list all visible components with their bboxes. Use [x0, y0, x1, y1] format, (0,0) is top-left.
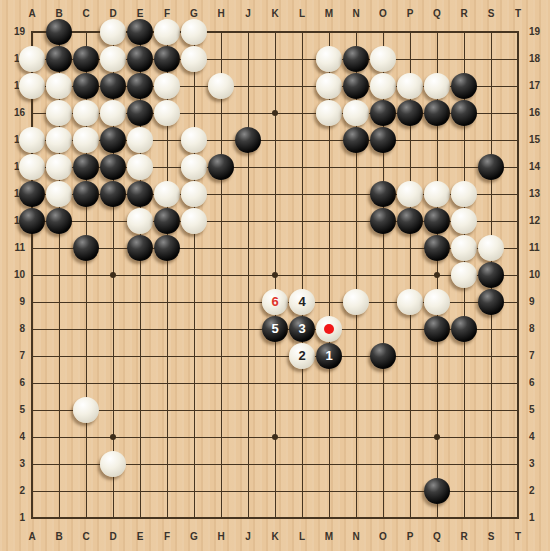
stone-d15[interactable] — [100, 127, 126, 153]
column-label-top: P — [400, 8, 420, 19]
move-number-5: 5 — [262, 316, 288, 342]
stone-p9[interactable] — [397, 289, 423, 315]
column-label-bottom: M — [319, 531, 339, 542]
row-label-right: 8 — [529, 323, 550, 334]
stone-o15[interactable] — [370, 127, 396, 153]
grid-horizontal-line — [31, 356, 519, 357]
row-label-left: 4 — [1, 431, 25, 442]
stone-e13[interactable] — [127, 181, 153, 207]
stone-k9[interactable]: 6 — [262, 289, 288, 315]
row-label-left: 2 — [1, 485, 25, 496]
stone-p12[interactable] — [397, 208, 423, 234]
column-label-bottom: C — [76, 531, 96, 542]
stone-f12[interactable] — [154, 208, 180, 234]
row-label-right: 6 — [529, 377, 550, 388]
stone-j15[interactable] — [235, 127, 261, 153]
column-label-top: T — [508, 8, 528, 19]
row-label-left: 11 — [1, 242, 25, 253]
column-label-bottom: E — [130, 531, 150, 542]
move-number-3: 3 — [289, 316, 315, 342]
row-label-left: 5 — [1, 404, 25, 415]
stone-c5[interactable] — [73, 397, 99, 423]
stone-r13[interactable] — [451, 181, 477, 207]
row-label-left: 7 — [1, 350, 25, 361]
stone-s10[interactable] — [478, 262, 504, 288]
column-label-top: H — [211, 8, 231, 19]
column-label-bottom: G — [184, 531, 204, 542]
stone-d18[interactable] — [100, 46, 126, 72]
column-label-bottom: S — [481, 531, 501, 542]
column-label-top: K — [265, 8, 285, 19]
stone-m7[interactable]: 1 — [316, 343, 342, 369]
stone-f19[interactable] — [154, 19, 180, 45]
column-label-bottom: A — [22, 531, 42, 542]
row-label-right: 18 — [529, 53, 550, 64]
stone-m17[interactable] — [316, 73, 342, 99]
stone-f13[interactable] — [154, 181, 180, 207]
stone-a17[interactable] — [19, 73, 45, 99]
stone-f11[interactable] — [154, 235, 180, 261]
stone-e19[interactable] — [127, 19, 153, 45]
stone-r11[interactable] — [451, 235, 477, 261]
stone-k8[interactable]: 5 — [262, 316, 288, 342]
stone-l7[interactable]: 2 — [289, 343, 315, 369]
column-label-bottom: B — [49, 531, 69, 542]
stone-n18[interactable] — [343, 46, 369, 72]
column-label-top: N — [346, 8, 366, 19]
stone-l8[interactable]: 3 — [289, 316, 315, 342]
stone-f16[interactable] — [154, 100, 180, 126]
stone-g12[interactable] — [181, 208, 207, 234]
grid-horizontal-line — [31, 383, 519, 384]
stone-o7[interactable] — [370, 343, 396, 369]
stone-e15[interactable] — [127, 127, 153, 153]
stone-o17[interactable] — [370, 73, 396, 99]
stone-r16[interactable] — [451, 100, 477, 126]
column-label-bottom: H — [211, 531, 231, 542]
stone-o13[interactable] — [370, 181, 396, 207]
star-point-k10 — [272, 272, 278, 278]
stone-d16[interactable] — [100, 100, 126, 126]
column-label-top: S — [481, 8, 501, 19]
star-point-d10 — [110, 272, 116, 278]
column-label-top: D — [103, 8, 123, 19]
stone-g15[interactable] — [181, 127, 207, 153]
column-label-bottom: R — [454, 531, 474, 542]
row-label-right: 2 — [529, 485, 550, 496]
row-label-right: 7 — [529, 350, 550, 361]
column-label-top: J — [238, 8, 258, 19]
stone-c18[interactable] — [73, 46, 99, 72]
stone-b13[interactable] — [46, 181, 72, 207]
column-label-bottom: O — [373, 531, 393, 542]
star-point-k16 — [272, 110, 278, 116]
row-label-left: 8 — [1, 323, 25, 334]
grid-horizontal-line — [31, 517, 519, 519]
stone-q12[interactable] — [424, 208, 450, 234]
column-label-top: E — [130, 8, 150, 19]
stone-b17[interactable] — [46, 73, 72, 99]
stone-g13[interactable] — [181, 181, 207, 207]
row-label-right: 17 — [529, 80, 550, 91]
stone-c17[interactable] — [73, 73, 99, 99]
stone-b14[interactable] — [46, 154, 72, 180]
stone-r12[interactable] — [451, 208, 477, 234]
stone-b18[interactable] — [46, 46, 72, 72]
stone-n9[interactable] — [343, 289, 369, 315]
column-label-bottom: L — [292, 531, 312, 542]
stone-q13[interactable] — [424, 181, 450, 207]
stone-a15[interactable] — [19, 127, 45, 153]
stone-a13[interactable] — [19, 181, 45, 207]
stone-q11[interactable] — [424, 235, 450, 261]
stone-a12[interactable] — [19, 208, 45, 234]
stone-s14[interactable] — [478, 154, 504, 180]
stone-g14[interactable] — [181, 154, 207, 180]
column-label-top: R — [454, 8, 474, 19]
column-label-top: G — [184, 8, 204, 19]
row-label-right: 4 — [529, 431, 550, 442]
row-label-right: 13 — [529, 188, 550, 199]
move-number-4: 4 — [289, 289, 315, 315]
row-label-right: 1 — [529, 512, 550, 523]
stone-p16[interactable] — [397, 100, 423, 126]
stone-e11[interactable] — [127, 235, 153, 261]
stone-a18[interactable] — [19, 46, 45, 72]
column-label-top: Q — [427, 8, 447, 19]
stone-s11[interactable] — [478, 235, 504, 261]
stone-e18[interactable] — [127, 46, 153, 72]
grid-vertical-line — [302, 31, 303, 519]
star-point-k4 — [272, 434, 278, 440]
column-label-bottom: D — [103, 531, 123, 542]
column-label-bottom: K — [265, 531, 285, 542]
stone-c15[interactable] — [73, 127, 99, 153]
stone-n15[interactable] — [343, 127, 369, 153]
stone-p17[interactable] — [397, 73, 423, 99]
stone-a14[interactable] — [19, 154, 45, 180]
column-label-top: F — [157, 8, 177, 19]
stone-f17[interactable] — [154, 73, 180, 99]
stone-o16[interactable] — [370, 100, 396, 126]
stone-s9[interactable] — [478, 289, 504, 315]
stone-c16[interactable] — [73, 100, 99, 126]
stone-e16[interactable] — [127, 100, 153, 126]
stone-n17[interactable] — [343, 73, 369, 99]
column-label-top: A — [22, 8, 42, 19]
row-label-right: 19 — [529, 26, 550, 37]
stone-o12[interactable] — [370, 208, 396, 234]
row-label-right: 3 — [529, 458, 550, 469]
stone-c13[interactable] — [73, 181, 99, 207]
grid-vertical-line — [517, 31, 519, 519]
stone-b12[interactable] — [46, 208, 72, 234]
stone-m16[interactable] — [316, 100, 342, 126]
red-dot-marker — [324, 324, 334, 334]
stone-n16[interactable] — [343, 100, 369, 126]
stone-o18[interactable] — [370, 46, 396, 72]
row-label-left: 10 — [1, 269, 25, 280]
row-label-left: 3 — [1, 458, 25, 469]
stone-q9[interactable] — [424, 289, 450, 315]
stone-c11[interactable] — [73, 235, 99, 261]
row-label-right: 14 — [529, 161, 550, 172]
column-label-bottom: F — [157, 531, 177, 542]
column-label-top: O — [373, 8, 393, 19]
stone-b16[interactable] — [46, 100, 72, 126]
stone-r10[interactable] — [451, 262, 477, 288]
stone-f18[interactable] — [154, 46, 180, 72]
move-number-2: 2 — [289, 343, 315, 369]
row-label-left: 9 — [1, 296, 25, 307]
stone-g19[interactable] — [181, 19, 207, 45]
stone-q17[interactable] — [424, 73, 450, 99]
row-label-left: 1 — [1, 512, 25, 523]
column-label-bottom: P — [400, 531, 420, 542]
stone-m8[interactable] — [316, 316, 342, 342]
go-board[interactable]: AABBCCDDEEFFGGHHJJKKLLMMNNOOPPQQRRSSTT19… — [0, 0, 550, 551]
stone-d14[interactable] — [100, 154, 126, 180]
move-number-1: 1 — [316, 343, 342, 369]
stone-b15[interactable] — [46, 127, 72, 153]
row-label-left: 19 — [1, 26, 25, 37]
stone-l9[interactable]: 4 — [289, 289, 315, 315]
stone-d19[interactable] — [100, 19, 126, 45]
stone-d17[interactable] — [100, 73, 126, 99]
star-point-q10 — [434, 272, 440, 278]
column-label-top: B — [49, 8, 69, 19]
column-label-bottom: N — [346, 531, 366, 542]
row-label-right: 16 — [529, 107, 550, 118]
stone-d3[interactable] — [100, 451, 126, 477]
stone-g18[interactable] — [181, 46, 207, 72]
stone-e14[interactable] — [127, 154, 153, 180]
stone-q8[interactable] — [424, 316, 450, 342]
column-label-top: C — [76, 8, 96, 19]
stone-r17[interactable] — [451, 73, 477, 99]
row-label-right: 11 — [529, 242, 550, 253]
stone-q2[interactable] — [424, 478, 450, 504]
column-label-top: M — [319, 8, 339, 19]
star-point-d4 — [110, 434, 116, 440]
row-label-right: 12 — [529, 215, 550, 226]
column-label-bottom: Q — [427, 531, 447, 542]
row-label-right: 10 — [529, 269, 550, 280]
row-label-right: 9 — [529, 296, 550, 307]
column-label-bottom: J — [238, 531, 258, 542]
column-label-bottom: T — [508, 531, 528, 542]
stone-m18[interactable] — [316, 46, 342, 72]
row-label-left: 6 — [1, 377, 25, 388]
stone-r8[interactable] — [451, 316, 477, 342]
stone-q16[interactable] — [424, 100, 450, 126]
column-label-top: L — [292, 8, 312, 19]
row-label-right: 5 — [529, 404, 550, 415]
stone-h17[interactable] — [208, 73, 234, 99]
row-label-right: 15 — [529, 134, 550, 145]
stone-b19[interactable] — [46, 19, 72, 45]
stone-h14[interactable] — [208, 154, 234, 180]
star-point-q4 — [434, 434, 440, 440]
stone-p13[interactable] — [397, 181, 423, 207]
stone-c14[interactable] — [73, 154, 99, 180]
grid-horizontal-line — [31, 410, 519, 411]
move-number-6: 6 — [262, 289, 288, 315]
stone-d13[interactable] — [100, 181, 126, 207]
row-label-left: 16 — [1, 107, 25, 118]
stone-e12[interactable] — [127, 208, 153, 234]
stone-e17[interactable] — [127, 73, 153, 99]
